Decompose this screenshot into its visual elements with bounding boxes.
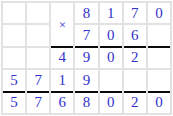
digit-cell-r2c6: 6: [124, 25, 146, 45]
digit-cell-r5c3: 6: [51, 93, 73, 113]
digit-cell-r4c1: 5: [3, 70, 25, 90]
digit-cell-r5c4: 8: [75, 93, 97, 113]
digit-cell-r5c6: 2: [124, 93, 146, 113]
empty-cell-r3c2: [27, 48, 49, 68]
empty-cell-r2c1: [3, 25, 25, 45]
empty-cell-r1c1: [3, 3, 25, 23]
digit-cell-r5c2: 7: [27, 93, 49, 113]
digit-cell-r3c4: 9: [75, 48, 97, 68]
digit-cell-r4c2: 7: [27, 70, 49, 90]
empty-cell-r4c7: [148, 70, 170, 90]
empty-cell-r3c7: [148, 48, 170, 68]
digit-cell-r2c4: 7: [75, 25, 97, 45]
multiplication-grid: ×8170706490257195768020: [1, 1, 172, 115]
empty-cell-r1c2: [27, 3, 49, 23]
empty-cell-r2c7: [148, 25, 170, 45]
empty-cell-r4c5: [100, 70, 122, 90]
digit-cell-r4c3: 1: [51, 70, 73, 90]
digit-cell-r3c3: 4: [51, 48, 73, 68]
digit-cell-r1c6: 7: [124, 3, 146, 23]
digit-cell-r1c5: 1: [100, 3, 122, 23]
digit-cell-r5c1: 5: [3, 93, 25, 113]
empty-cell-r4c6: [124, 70, 146, 90]
digit-cell-r2c5: 0: [100, 25, 122, 45]
empty-cell-r3c1: [3, 48, 25, 68]
digit-cell-r3c5: 0: [100, 48, 122, 68]
digit-cell-r5c7: 0: [148, 93, 170, 113]
digit-cell-r1c4: 8: [75, 3, 97, 23]
digit-cell-r3c6: 2: [124, 48, 146, 68]
operator-cell-r1c3: ×: [51, 3, 73, 46]
digit-cell-r5c5: 0: [100, 93, 122, 113]
empty-cell-r2c2: [27, 25, 49, 45]
digit-cell-r1c7: 0: [148, 3, 170, 23]
digit-cell-r4c4: 9: [75, 70, 97, 90]
